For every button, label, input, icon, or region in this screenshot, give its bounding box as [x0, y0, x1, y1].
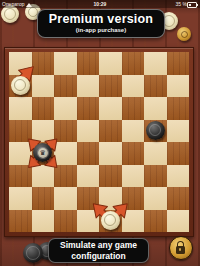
simulate-banner[interactable]: Simulate any game configuration: [48, 238, 149, 263]
clock: 10:29: [0, 0, 200, 8]
battery-icon: [187, 2, 197, 8]
status-bar: Оператор 10:29 35 %: [0, 0, 200, 8]
piece-white-man-e1[interactable]: [101, 211, 120, 230]
simulate-line2: configuration: [49, 251, 148, 262]
decor-black-checker: [23, 243, 43, 263]
king-crown-icon: ♛: [38, 148, 48, 158]
lock-button[interactable]: [169, 236, 193, 260]
decor-gold-checker: [177, 27, 191, 41]
premium-subtitle: (in-app purchase): [38, 27, 164, 34]
premium-banner[interactable]: Premium version (in-app purchase): [37, 9, 165, 38]
piece-white-man-a7[interactable]: [11, 76, 30, 95]
simulate-line1: Simulate any game: [49, 240, 148, 251]
piece-black-king-b4[interactable]: ♛: [33, 143, 52, 162]
piece-black-man-g5[interactable]: [146, 121, 165, 140]
pieces-layer: ♛: [9, 52, 189, 232]
battery-percent: 35 %: [176, 0, 187, 8]
app-screen: Оператор 10:29 35 % Premium version (in-…: [0, 0, 200, 266]
premium-title: Premium version: [38, 11, 164, 27]
